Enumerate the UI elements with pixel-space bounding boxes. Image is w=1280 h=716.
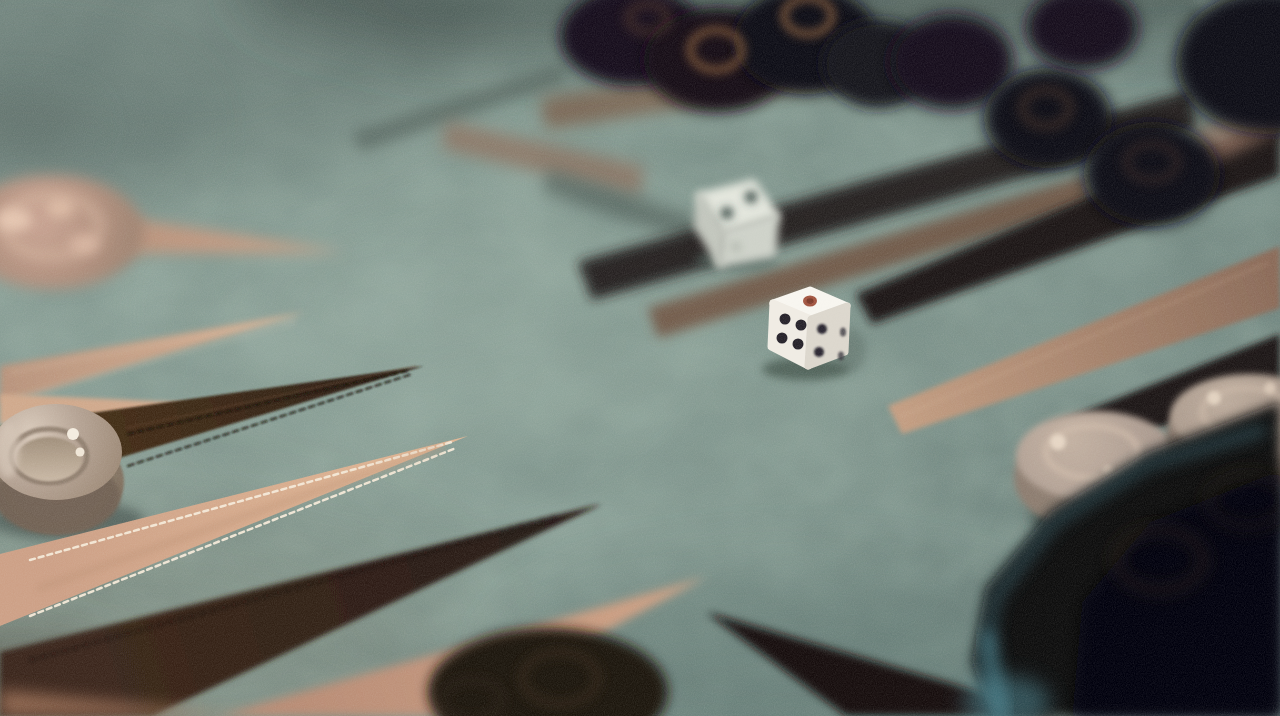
film-grain xyxy=(0,0,1280,716)
backgammon-photo-canvas xyxy=(0,0,1280,716)
backgammon-photo xyxy=(0,0,1280,716)
